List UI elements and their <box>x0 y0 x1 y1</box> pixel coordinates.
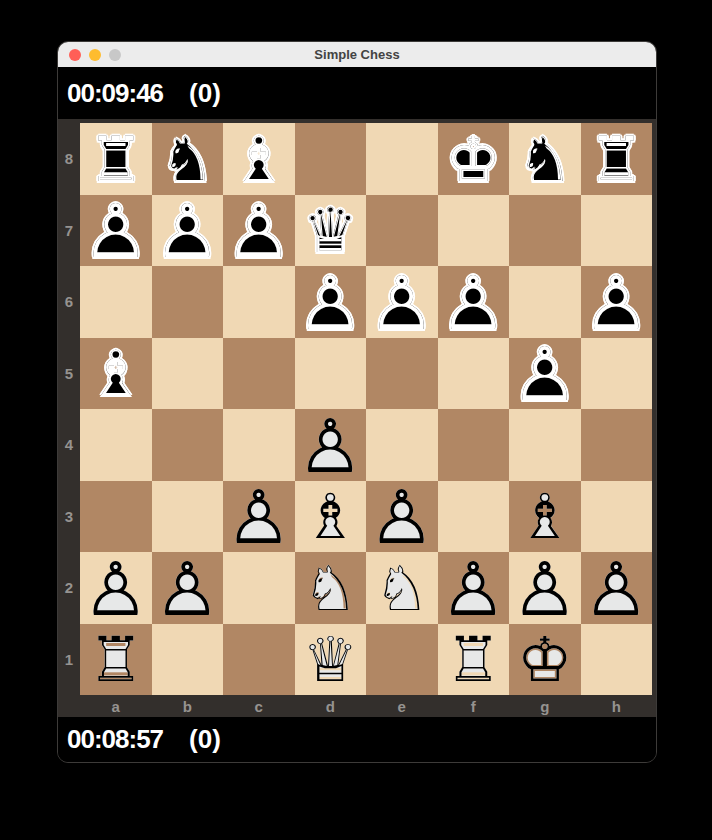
rank-label-4: 4 <box>58 409 80 481</box>
square-a1[interactable]: ♜♖ <box>80 624 152 696</box>
square-c6[interactable] <box>223 266 295 338</box>
square-a4[interactable] <box>80 409 152 481</box>
piece-outline: ♙ <box>80 553 152 625</box>
piece-white-knight: ♞♘ <box>295 552 367 624</box>
white-move-counter: (0) <box>189 724 221 755</box>
square-a3[interactable] <box>80 481 152 553</box>
piece-outline: ♙ <box>438 553 510 625</box>
square-e3[interactable]: ♟♙ <box>366 481 438 553</box>
piece-outline: ♗ <box>80 339 152 411</box>
piece-white-bishop: ♝♗ <box>509 481 581 553</box>
piece-black-pawn: ♟♙ <box>438 266 510 338</box>
file-label-h: h <box>581 695 653 717</box>
piece-white-pawn: ♟♙ <box>366 481 438 553</box>
square-e4[interactable] <box>366 409 438 481</box>
square-d4[interactable]: ♟♙ <box>295 409 367 481</box>
square-h6[interactable]: ♟♙ <box>581 266 653 338</box>
file-labels: abcdefgh <box>80 695 652 717</box>
square-d8[interactable] <box>295 123 367 195</box>
rank-label-1: 1 <box>58 624 80 696</box>
square-e8[interactable] <box>366 123 438 195</box>
square-d5[interactable] <box>295 338 367 410</box>
square-d2[interactable]: ♞♘ <box>295 552 367 624</box>
square-d6[interactable]: ♟♙ <box>295 266 367 338</box>
piece-outline: ♙ <box>152 553 224 625</box>
square-d3[interactable]: ♝♗ <box>295 481 367 553</box>
piece-black-rook: ♜♖ <box>80 123 152 195</box>
square-e5[interactable] <box>366 338 438 410</box>
piece-black-pawn: ♟♙ <box>152 195 224 267</box>
square-f5[interactable] <box>438 338 510 410</box>
rank-labels: 87654321 <box>58 123 80 695</box>
square-c1[interactable] <box>223 624 295 696</box>
white-clock-time: 00:08:57 <box>67 724 163 755</box>
piece-white-pawn: ♟♙ <box>509 552 581 624</box>
square-c3[interactable]: ♟♙ <box>223 481 295 553</box>
piece-outline: ♙ <box>509 553 581 625</box>
square-h7[interactable] <box>581 195 653 267</box>
square-e2[interactable]: ♞♘ <box>366 552 438 624</box>
piece-black-pawn: ♟♙ <box>366 266 438 338</box>
piece-white-pawn: ♟♙ <box>438 552 510 624</box>
piece-outline: ♘ <box>295 553 367 625</box>
square-h4[interactable] <box>581 409 653 481</box>
square-b3[interactable] <box>152 481 224 553</box>
square-a5[interactable]: ♝♗ <box>80 338 152 410</box>
window-title: Simple Chess <box>58 47 656 62</box>
square-g1[interactable]: ♚♔ <box>509 624 581 696</box>
piece-outline: ♖ <box>438 625 510 697</box>
square-b8[interactable]: ♞♘ <box>152 123 224 195</box>
square-d7[interactable]: ♛♕ <box>295 195 367 267</box>
square-c7[interactable]: ♟♙ <box>223 195 295 267</box>
file-label-c: c <box>223 695 295 717</box>
square-c2[interactable] <box>223 552 295 624</box>
piece-black-knight: ♞♘ <box>509 123 581 195</box>
piece-white-pawn: ♟♙ <box>295 409 367 481</box>
square-g4[interactable] <box>509 409 581 481</box>
square-g2[interactable]: ♟♙ <box>509 552 581 624</box>
square-c8[interactable]: ♝♗ <box>223 123 295 195</box>
piece-outline: ♗ <box>223 124 295 196</box>
square-f6[interactable]: ♟♙ <box>438 266 510 338</box>
square-b4[interactable] <box>152 409 224 481</box>
square-a7[interactable]: ♟♙ <box>80 195 152 267</box>
square-h2[interactable]: ♟♙ <box>581 552 653 624</box>
square-b5[interactable] <box>152 338 224 410</box>
square-h8[interactable]: ♜♖ <box>581 123 653 195</box>
rank-label-3: 3 <box>58 481 80 553</box>
rank-label-6: 6 <box>58 266 80 338</box>
square-e1[interactable] <box>366 624 438 696</box>
piece-outline: ♙ <box>152 196 224 268</box>
piece-black-king: ♚♔ <box>438 123 510 195</box>
black-clock-panel: 00:09:46 (0) <box>58 67 656 119</box>
piece-outline: ♘ <box>509 124 581 196</box>
piece-outline: ♙ <box>223 482 295 554</box>
piece-black-bishop: ♝♗ <box>80 338 152 410</box>
piece-outline: ♙ <box>80 196 152 268</box>
file-label-e: e <box>366 695 438 717</box>
file-label-f: f <box>438 695 510 717</box>
square-b2[interactable]: ♟♙ <box>152 552 224 624</box>
square-c4[interactable] <box>223 409 295 481</box>
file-label-g: g <box>509 695 581 717</box>
square-g7[interactable] <box>509 195 581 267</box>
piece-outline: ♘ <box>152 124 224 196</box>
piece-white-rook: ♜♖ <box>80 624 152 696</box>
square-g3[interactable]: ♝♗ <box>509 481 581 553</box>
piece-outline: ♔ <box>509 625 581 697</box>
square-f3[interactable] <box>438 481 510 553</box>
rank-label-2: 2 <box>58 552 80 624</box>
square-f4[interactable] <box>438 409 510 481</box>
piece-outline: ♙ <box>366 482 438 554</box>
piece-white-pawn: ♟♙ <box>152 552 224 624</box>
piece-black-pawn: ♟♙ <box>295 266 367 338</box>
square-a2[interactable]: ♟♙ <box>80 552 152 624</box>
file-label-b: b <box>152 695 224 717</box>
piece-outline: ♙ <box>438 267 510 339</box>
square-g5[interactable]: ♟♙ <box>509 338 581 410</box>
piece-outline: ♕ <box>295 196 367 268</box>
piece-black-bishop: ♝♗ <box>223 123 295 195</box>
file-label-a: a <box>80 695 152 717</box>
app-window: Simple Chess 00:09:46 (0) 87654321 ♜♖♞♘♝… <box>57 41 657 763</box>
piece-outline: ♔ <box>438 124 510 196</box>
square-d1[interactable]: ♛♕ <box>295 624 367 696</box>
square-b7[interactable]: ♟♙ <box>152 195 224 267</box>
board-frame: 87654321 ♜♖♞♘♝♗♚♔♞♘♜♖♟♙♟♙♟♙♛♕♟♙♟♙♟♙♟♙♝♗♟… <box>58 119 657 717</box>
square-f1[interactable]: ♜♖ <box>438 624 510 696</box>
piece-white-pawn: ♟♙ <box>80 552 152 624</box>
piece-outline: ♖ <box>80 625 152 697</box>
black-move-counter: (0) <box>189 78 221 109</box>
piece-white-bishop: ♝♗ <box>295 481 367 553</box>
white-clock-panel: 00:08:57 (0) <box>58 717 656 762</box>
square-h1[interactable] <box>581 624 653 696</box>
piece-white-queen: ♛♕ <box>295 624 367 696</box>
chess-board: ♜♖♞♘♝♗♚♔♞♘♜♖♟♙♟♙♟♙♛♕♟♙♟♙♟♙♟♙♝♗♟♙♟♙♟♙♝♗♟♙… <box>80 123 652 695</box>
square-b6[interactable] <box>152 266 224 338</box>
desktop-background: Simple Chess 00:09:46 (0) 87654321 ♜♖♞♘♝… <box>0 0 712 840</box>
piece-outline: ♙ <box>366 267 438 339</box>
square-h5[interactable] <box>581 338 653 410</box>
piece-outline: ♙ <box>295 410 367 482</box>
piece-outline: ♙ <box>581 267 653 339</box>
black-clock-time: 00:09:46 <box>67 78 163 109</box>
piece-outline: ♖ <box>581 124 653 196</box>
square-e7[interactable] <box>366 195 438 267</box>
piece-outline: ♙ <box>223 196 295 268</box>
piece-white-rook: ♜♖ <box>438 624 510 696</box>
piece-black-pawn: ♟♙ <box>80 195 152 267</box>
rank-label-5: 5 <box>58 338 80 410</box>
window-titlebar[interactable]: Simple Chess <box>58 42 656 67</box>
piece-outline: ♗ <box>295 482 367 554</box>
square-a6[interactable] <box>80 266 152 338</box>
piece-outline: ♙ <box>295 267 367 339</box>
square-f8[interactable]: ♚♔ <box>438 123 510 195</box>
piece-black-pawn: ♟♙ <box>509 338 581 410</box>
piece-outline: ♘ <box>366 553 438 625</box>
piece-outline: ♖ <box>80 124 152 196</box>
piece-black-knight: ♞♘ <box>152 123 224 195</box>
piece-black-pawn: ♟♙ <box>223 195 295 267</box>
rank-label-7: 7 <box>58 195 80 267</box>
piece-outline: ♙ <box>581 553 653 625</box>
square-e6[interactable]: ♟♙ <box>366 266 438 338</box>
square-b1[interactable] <box>152 624 224 696</box>
square-f2[interactable]: ♟♙ <box>438 552 510 624</box>
piece-white-pawn: ♟♙ <box>581 552 653 624</box>
square-a8[interactable]: ♜♖ <box>80 123 152 195</box>
rank-label-8: 8 <box>58 123 80 195</box>
piece-outline: ♗ <box>509 482 581 554</box>
piece-outline: ♙ <box>509 339 581 411</box>
piece-white-knight: ♞♘ <box>366 552 438 624</box>
piece-black-rook: ♜♖ <box>581 123 653 195</box>
square-f7[interactable] <box>438 195 510 267</box>
piece-outline: ♕ <box>295 625 367 697</box>
file-label-d: d <box>295 695 367 717</box>
square-h3[interactable] <box>581 481 653 553</box>
square-c5[interactable] <box>223 338 295 410</box>
piece-white-pawn: ♟♙ <box>223 481 295 553</box>
piece-white-king: ♚♔ <box>509 624 581 696</box>
square-g8[interactable]: ♞♘ <box>509 123 581 195</box>
piece-black-pawn: ♟♙ <box>581 266 653 338</box>
square-g6[interactable] <box>509 266 581 338</box>
piece-black-queen: ♛♕ <box>295 195 367 267</box>
